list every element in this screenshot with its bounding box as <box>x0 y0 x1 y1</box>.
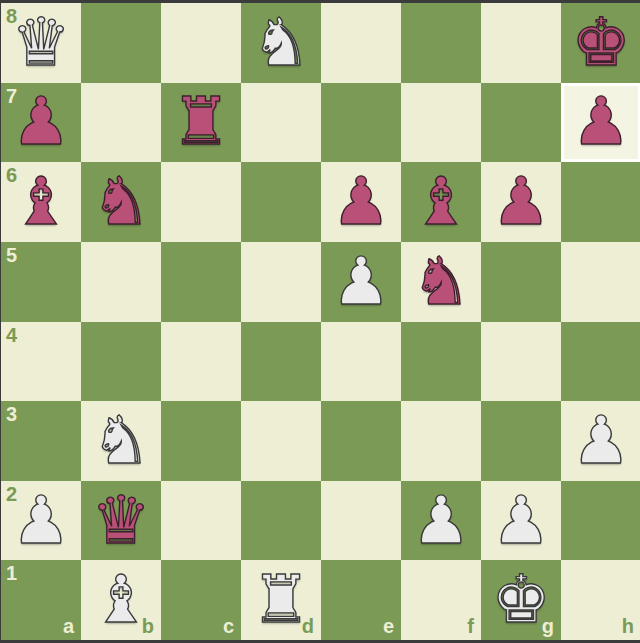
piece-white-queen-a8[interactable]: ♛ <box>1 3 81 83</box>
square-e3[interactable] <box>321 401 401 481</box>
square-b3[interactable]: ♞ <box>81 401 161 481</box>
square-g2[interactable]: ♟ <box>481 481 561 561</box>
piece-black-knight-b6[interactable]: ♞ <box>81 162 161 242</box>
square-h5[interactable] <box>561 242 640 322</box>
piece-black-king-h8[interactable]: ♚ <box>561 3 640 83</box>
square-c7[interactable]: ♜ <box>161 83 241 163</box>
piece-black-bishop-a6[interactable]: ♝ <box>1 162 81 242</box>
square-b1[interactable]: b♝ <box>81 560 161 640</box>
piece-white-rook-d1[interactable]: ♜ <box>241 560 321 640</box>
piece-black-pawn-g6[interactable]: ♟ <box>481 162 561 242</box>
file-label-a: a <box>63 616 74 636</box>
square-h7[interactable]: ♟ <box>561 83 640 163</box>
square-f2[interactable]: ♟ <box>401 481 481 561</box>
square-e8[interactable] <box>321 3 401 83</box>
square-a1[interactable]: 1a <box>1 560 81 640</box>
piece-black-knight-f5[interactable]: ♞ <box>401 242 481 322</box>
square-b4[interactable] <box>81 322 161 402</box>
square-d7[interactable] <box>241 83 321 163</box>
square-h3[interactable]: ♟ <box>561 401 640 481</box>
piece-white-pawn-f2[interactable]: ♟ <box>401 481 481 561</box>
rank-label-3: 3 <box>6 404 17 424</box>
square-e6[interactable]: ♟ <box>321 162 401 242</box>
square-h1[interactable]: h <box>561 560 640 640</box>
square-h6[interactable] <box>561 162 640 242</box>
square-b6[interactable]: ♞ <box>81 162 161 242</box>
chess-board: 8♛♞♚7♟♜♟6♝♞♟♝♟5♟♞43♞♟2♟♛♟♟1ab♝cd♜efg♚h <box>0 3 640 640</box>
file-label-c: c <box>223 616 234 636</box>
square-c2[interactable] <box>161 481 241 561</box>
square-g5[interactable] <box>481 242 561 322</box>
piece-black-pawn-h7[interactable]: ♟ <box>561 83 640 163</box>
square-b7[interactable] <box>81 83 161 163</box>
square-d3[interactable] <box>241 401 321 481</box>
square-f7[interactable] <box>401 83 481 163</box>
square-g3[interactable] <box>481 401 561 481</box>
square-g4[interactable] <box>481 322 561 402</box>
square-f4[interactable] <box>401 322 481 402</box>
square-a8[interactable]: 8♛ <box>1 3 81 83</box>
file-label-h: h <box>622 616 634 636</box>
square-c5[interactable] <box>161 242 241 322</box>
piece-white-pawn-g2[interactable]: ♟ <box>481 481 561 561</box>
square-b5[interactable] <box>81 242 161 322</box>
square-a6[interactable]: 6♝ <box>1 162 81 242</box>
file-label-f: f <box>467 616 474 636</box>
square-h8[interactable]: ♚ <box>561 3 640 83</box>
piece-white-pawn-e5[interactable]: ♟ <box>321 242 401 322</box>
square-c4[interactable] <box>161 322 241 402</box>
square-a5[interactable]: 5 <box>1 242 81 322</box>
square-g1[interactable]: g♚ <box>481 560 561 640</box>
page: 8♛♞♚7♟♜♟6♝♞♟♝♟5♟♞43♞♟2♟♛♟♟1ab♝cd♜efg♚h <box>0 0 640 643</box>
square-g7[interactable] <box>481 83 561 163</box>
square-e7[interactable] <box>321 83 401 163</box>
square-h4[interactable] <box>561 322 640 402</box>
square-d1[interactable]: d♜ <box>241 560 321 640</box>
square-e2[interactable] <box>321 481 401 561</box>
square-f6[interactable]: ♝ <box>401 162 481 242</box>
square-f3[interactable] <box>401 401 481 481</box>
square-b8[interactable] <box>81 3 161 83</box>
square-f5[interactable]: ♞ <box>401 242 481 322</box>
piece-white-pawn-a2[interactable]: ♟ <box>1 481 81 561</box>
piece-white-knight-d8[interactable]: ♞ <box>241 3 321 83</box>
square-b2[interactable]: ♛ <box>81 481 161 561</box>
piece-white-bishop-b1[interactable]: ♝ <box>81 560 161 640</box>
square-g8[interactable] <box>481 3 561 83</box>
piece-black-rook-c7[interactable]: ♜ <box>161 83 241 163</box>
piece-black-pawn-e6[interactable]: ♟ <box>321 162 401 242</box>
square-h2[interactable] <box>561 481 640 561</box>
square-a7[interactable]: 7♟ <box>1 83 81 163</box>
rank-label-5: 5 <box>6 245 17 265</box>
square-f1[interactable]: f <box>401 560 481 640</box>
square-g6[interactable]: ♟ <box>481 162 561 242</box>
square-d8[interactable]: ♞ <box>241 3 321 83</box>
square-e1[interactable]: e <box>321 560 401 640</box>
square-a4[interactable]: 4 <box>1 322 81 402</box>
square-d5[interactable] <box>241 242 321 322</box>
piece-black-pawn-a7[interactable]: ♟ <box>1 83 81 163</box>
square-c6[interactable] <box>161 162 241 242</box>
square-d2[interactable] <box>241 481 321 561</box>
square-f8[interactable] <box>401 3 481 83</box>
square-c3[interactable] <box>161 401 241 481</box>
piece-white-pawn-h3[interactable]: ♟ <box>561 401 640 481</box>
rank-label-4: 4 <box>6 325 17 345</box>
square-c1[interactable]: c <box>161 560 241 640</box>
piece-black-bishop-f6[interactable]: ♝ <box>401 162 481 242</box>
square-d6[interactable] <box>241 162 321 242</box>
square-a3[interactable]: 3 <box>1 401 81 481</box>
square-e5[interactable]: ♟ <box>321 242 401 322</box>
square-e4[interactable] <box>321 322 401 402</box>
piece-white-king-g1[interactable]: ♚ <box>481 560 561 640</box>
piece-white-knight-b3[interactable]: ♞ <box>81 401 161 481</box>
rank-label-1: 1 <box>6 563 17 583</box>
square-a2[interactable]: 2♟ <box>1 481 81 561</box>
square-c8[interactable] <box>161 3 241 83</box>
square-d4[interactable] <box>241 322 321 402</box>
file-label-e: e <box>383 616 394 636</box>
piece-black-queen-b2[interactable]: ♛ <box>81 481 161 561</box>
